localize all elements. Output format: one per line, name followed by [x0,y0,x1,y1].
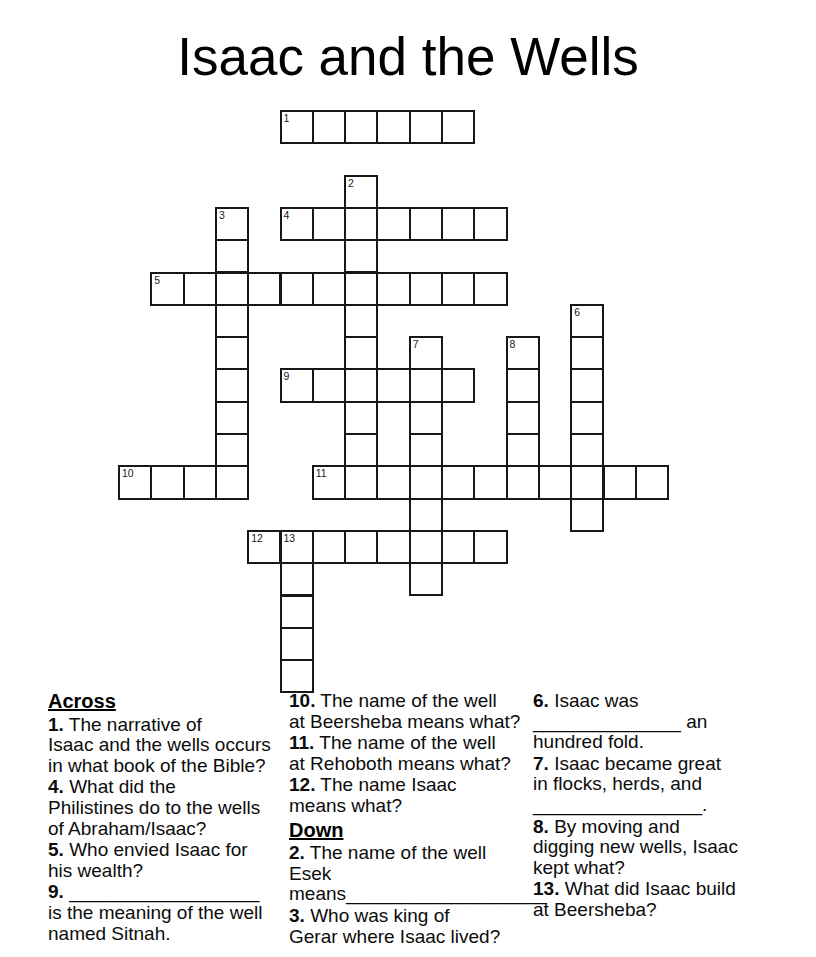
clue-text: The narrative of Isaac and the wells occ… [48,714,271,776]
grid-cell[interactable] [215,368,249,402]
clue-number-11: 11 [316,467,327,479]
clue-number-3: 3 [219,209,225,221]
grid-cell[interactable] [215,401,249,435]
grid-cell[interactable]: 5 [150,272,184,306]
down-heading: Down [289,820,541,841]
grid-cell[interactable]: 3 [215,207,249,241]
crossword-grid: 12345678910111213 [118,110,669,693]
grid-cell[interactable] [280,627,314,661]
clue-column-right: 6. Isaac was ______________ an hundred f… [533,691,785,922]
grid-cell[interactable] [603,465,637,499]
grid-cell[interactable] [506,433,540,467]
grid-cell[interactable]: 10 [118,465,152,499]
grid-cell[interactable] [280,659,314,693]
grid-cell[interactable] [441,530,475,564]
grid-cell[interactable] [409,465,443,499]
clue-number-label: 2. [289,842,305,863]
grid-cell[interactable] [538,465,572,499]
grid-cell[interactable] [344,110,378,144]
clue-1: 1. The narrative of Isaac and the wells … [48,715,300,777]
clue-4: 4. What did the Philistines do to the we… [48,777,300,839]
grid-cell[interactable] [441,272,475,306]
grid-cell[interactable] [570,433,604,467]
grid-cell[interactable] [376,465,410,499]
clue-10: 10. The name of the well at Beersheba me… [289,691,541,732]
grid-cell[interactable] [473,465,507,499]
clue-number-label: 9. [48,881,64,902]
clue-number-label: 11. [289,732,314,753]
grid-cell[interactable] [409,498,443,532]
grid-cell[interactable] [215,239,249,273]
grid-cell[interactable] [344,433,378,467]
grid-cell[interactable] [570,401,604,435]
clue-number-label: 8. [533,816,549,837]
clue-column-middle: 10. The name of the well at Beersheba me… [289,691,541,948]
grid-cell[interactable] [215,304,249,338]
clue-text: Who envied Isaac for his wealth? [48,839,248,881]
clue-number-label: 5. [48,839,64,860]
grid-cell[interactable]: 2 [344,175,378,209]
clue-text: Who was king of Gerar where Isaac lived? [289,905,500,947]
grid-cell[interactable] [215,433,249,467]
clue-text: By moving and digging new wells, Isaac k… [533,816,738,878]
clue-text: Isaac was ______________ an hundred fold… [533,690,707,752]
grid-cell[interactable] [280,562,314,596]
grid-cell[interactable] [441,207,475,241]
grid-cell[interactable]: 11 [312,465,346,499]
grid-cell[interactable] [570,465,604,499]
grid-cell[interactable] [473,272,507,306]
clue-number-8: 8 [510,338,516,350]
grid-cell[interactable]: 4 [280,207,314,241]
grid-cell[interactable] [376,272,410,306]
grid-cell[interactable] [570,498,604,532]
grid-cell[interactable] [570,336,604,370]
clue-number-label: 10. [289,690,315,711]
grid-cell[interactable] [312,272,346,306]
grid-cell[interactable] [635,465,669,499]
grid-cell[interactable] [344,239,378,273]
clue-column-left: Across1. The narrative of Isaac and the … [48,691,300,945]
grid-cell[interactable] [409,207,443,241]
grid-cell[interactable] [312,110,346,144]
clue-2: 2. The name of the well Esek means______… [289,843,541,905]
grid-cell[interactable] [376,110,410,144]
grid-cell[interactable]: 9 [280,368,314,402]
clue-8: 8. By moving and digging new wells, Isaa… [533,817,785,879]
clue-text: What did Isaac build at Beersheba? [533,878,736,920]
grid-cell[interactable] [280,595,314,629]
clue-9: 9. __________________ is the meaning of … [48,882,300,944]
clue-12: 12. The name Isaac means what? [289,775,541,816]
grid-cell[interactable] [506,368,540,402]
puzzle-title: Isaac and the Wells [0,26,816,87]
clue-number-6: 6 [574,306,580,318]
grid-cell[interactable] [344,272,378,306]
clue-number-5: 5 [154,274,160,286]
grid-cell[interactable] [183,465,217,499]
grid-cell[interactable] [344,304,378,338]
grid-cell[interactable] [247,272,281,306]
grid-cell[interactable] [344,401,378,435]
grid-cell[interactable] [215,272,249,306]
clue-text: __________________ is the meaning of the… [48,881,262,943]
grid-cell[interactable] [344,336,378,370]
grid-cell[interactable] [473,530,507,564]
grid-cell[interactable] [409,433,443,467]
grid-cell[interactable]: 13 [280,530,314,564]
clue-11: 11. The name of the well at Rehoboth mea… [289,733,541,774]
grid-cell[interactable] [441,110,475,144]
grid-cell[interactable] [344,465,378,499]
clue-7: 7. Isaac became great in flocks, herds, … [533,754,785,816]
clue-text: What did the Philistines do to the wells… [48,776,260,838]
grid-cell[interactable]: 12 [247,530,281,564]
clue-3: 3. Who was king of Gerar where Isaac liv… [289,906,541,947]
clue-number-label: 1. [48,714,64,735]
grid-cell[interactable] [215,336,249,370]
clue-number-label: 13. [533,878,559,899]
clue-number-2: 2 [348,177,354,189]
clue-number-label: 7. [533,753,549,774]
clue-text: The name of the well at Rehoboth means w… [289,732,511,774]
clue-number-4: 4 [284,209,290,221]
grid-cell[interactable] [215,465,249,499]
clue-number-13: 13 [284,532,296,544]
worksheet-page: Isaac and the Wells 12345678910111213 Ac… [0,0,816,957]
grid-cell[interactable]: 1 [280,110,314,144]
clue-text: The name of the well Esek means_________… [289,842,547,904]
clue-number-10: 10 [122,467,134,479]
clue-5: 5. Who envied Isaac for his wealth? [48,840,300,881]
grid-cell[interactable] [409,110,443,144]
grid-cell[interactable] [280,272,314,306]
grid-cell[interactable]: 8 [506,336,540,370]
grid-cell[interactable] [409,272,443,306]
clue-number-7: 7 [413,338,419,350]
clue-number-label: 4. [48,776,64,797]
across-heading: Across [48,691,300,712]
clue-number-12: 12 [251,532,263,544]
grid-cell[interactable] [409,368,443,402]
grid-cell[interactable] [312,207,346,241]
clue-number-1: 1 [284,112,290,124]
clue-text: Isaac became great in flocks, herds, and… [533,753,721,815]
grid-cell[interactable] [376,530,410,564]
clue-number-label: 6. [533,690,549,711]
clue-number-label: 3. [289,905,305,926]
grid-cell[interactable] [183,272,217,306]
grid-cell[interactable]: 7 [409,336,443,370]
grid-cell[interactable] [570,368,604,402]
grid-cell[interactable] [506,465,540,499]
grid-cell[interactable] [150,465,184,499]
grid-cell[interactable] [441,465,475,499]
grid-cell[interactable] [344,207,378,241]
grid-cell[interactable] [409,562,443,596]
clue-text: The name of the well at Beersheba means … [289,690,520,732]
grid-cell[interactable] [312,530,346,564]
grid-cell[interactable] [506,401,540,435]
grid-cell[interactable] [376,207,410,241]
grid-cell[interactable] [344,530,378,564]
grid-cell[interactable] [441,368,475,402]
grid-cell[interactable] [473,207,507,241]
grid-cell[interactable] [376,368,410,402]
grid-cell[interactable] [312,368,346,402]
clue-6: 6. Isaac was ______________ an hundred f… [533,691,785,753]
grid-cell[interactable] [344,368,378,402]
grid-cell[interactable]: 6 [570,304,604,338]
clue-13: 13. What did Isaac build at Beersheba? [533,879,785,920]
clue-number-9: 9 [284,370,290,382]
clue-text: The name Isaac means what? [289,774,457,816]
grid-cell[interactable] [409,401,443,435]
clue-number-label: 12. [289,774,315,795]
grid-cell[interactable] [409,530,443,564]
